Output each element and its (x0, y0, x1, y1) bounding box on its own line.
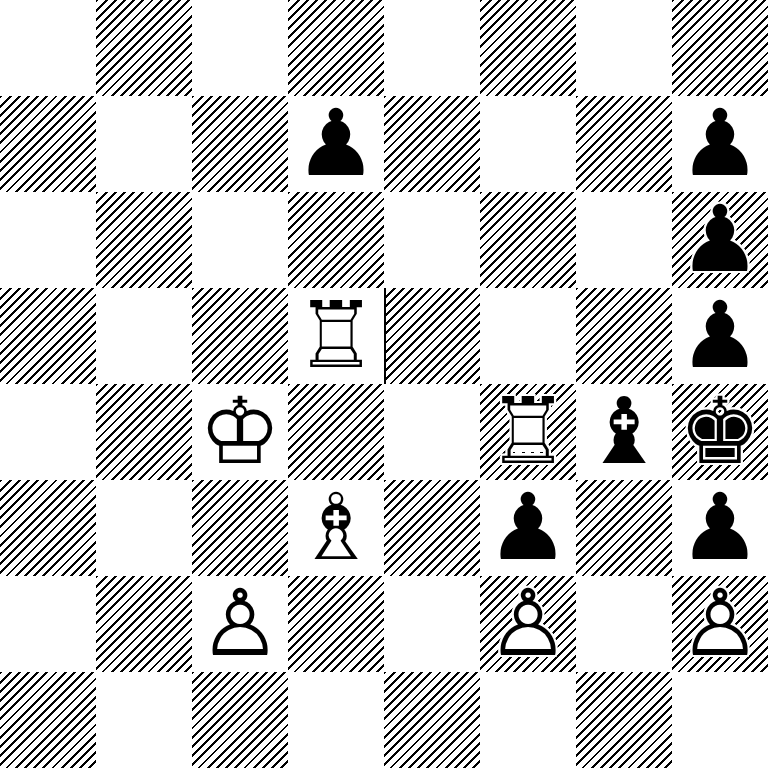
square-g4[interactable]: ♝♝ (576, 384, 672, 480)
square-e4[interactable] (384, 384, 480, 480)
square-a3[interactable] (0, 480, 96, 576)
piece-black-pawn[interactable]: ♟♟ (672, 96, 768, 192)
chess-board: ♟♟♟♟♟♟♜♖♟♟♚♔♜♖♝♝♚♚♝♗♟♟♟♟♟♙♟♙♟♙ (0, 0, 768, 768)
square-c6[interactable] (192, 192, 288, 288)
square-e1[interactable] (384, 672, 480, 768)
square-d2[interactable] (288, 576, 384, 672)
square-a5[interactable] (0, 288, 96, 384)
square-c5[interactable] (192, 288, 288, 384)
square-e6[interactable] (384, 192, 480, 288)
square-h4[interactable]: ♚♚ (672, 384, 768, 480)
square-e5[interactable] (384, 288, 480, 384)
square-b4[interactable] (96, 384, 192, 480)
piece-black-king[interactable]: ♚♚ (672, 384, 768, 480)
square-f7[interactable] (480, 96, 576, 192)
piece-black-pawn[interactable]: ♟♟ (672, 480, 768, 576)
white-rook-icon: ♖ (288, 288, 384, 384)
square-h5[interactable]: ♟♟ (672, 288, 768, 384)
square-b5[interactable] (96, 288, 192, 384)
white-rook-icon: ♖ (480, 384, 576, 480)
square-f8[interactable] (480, 0, 576, 96)
square-h2[interactable]: ♟♙ (672, 576, 768, 672)
square-d4[interactable] (288, 384, 384, 480)
square-b3[interactable] (96, 480, 192, 576)
square-g7[interactable] (576, 96, 672, 192)
piece-white-pawn[interactable]: ♟♙ (480, 576, 576, 672)
piece-black-bishop[interactable]: ♝♝ (576, 384, 672, 480)
black-pawn-icon: ♟ (288, 96, 384, 192)
square-b1[interactable] (96, 672, 192, 768)
square-f6[interactable] (480, 192, 576, 288)
square-c8[interactable] (192, 0, 288, 96)
square-d3[interactable]: ♝♗ (288, 480, 384, 576)
black-pawn-icon: ♟ (672, 288, 768, 384)
piece-white-pawn[interactable]: ♟♙ (672, 576, 768, 672)
black-pawn-icon: ♟ (672, 96, 768, 192)
square-e2[interactable] (384, 576, 480, 672)
square-g2[interactable] (576, 576, 672, 672)
square-a8[interactable] (0, 0, 96, 96)
square-b2[interactable] (96, 576, 192, 672)
square-g8[interactable] (576, 0, 672, 96)
square-c4[interactable]: ♚♔ (192, 384, 288, 480)
square-g5[interactable] (576, 288, 672, 384)
white-pawn-icon: ♙ (672, 576, 768, 672)
piece-white-king[interactable]: ♚♔ (192, 384, 288, 480)
square-c2[interactable]: ♟♙ (192, 576, 288, 672)
square-d7[interactable]: ♟♟ (288, 96, 384, 192)
piece-black-pawn[interactable]: ♟♟ (672, 192, 768, 288)
square-h7[interactable]: ♟♟ (672, 96, 768, 192)
square-a4[interactable] (0, 384, 96, 480)
white-pawn-icon: ♙ (480, 576, 576, 672)
square-d8[interactable] (288, 0, 384, 96)
square-d5[interactable]: ♜♖ (288, 288, 384, 384)
square-h3[interactable]: ♟♟ (672, 480, 768, 576)
square-h8[interactable] (672, 0, 768, 96)
piece-white-rook[interactable]: ♜♖ (480, 384, 576, 480)
piece-white-pawn[interactable]: ♟♙ (192, 576, 288, 672)
black-king-icon: ♚ (672, 384, 768, 480)
square-a1[interactable] (0, 672, 96, 768)
square-d1[interactable] (288, 672, 384, 768)
square-e3[interactable] (384, 480, 480, 576)
square-g3[interactable] (576, 480, 672, 576)
black-bishop-icon: ♝ (576, 384, 672, 480)
piece-black-pawn[interactable]: ♟♟ (288, 96, 384, 192)
square-b6[interactable] (96, 192, 192, 288)
square-f4[interactable]: ♜♖ (480, 384, 576, 480)
white-king-icon: ♔ (192, 384, 288, 480)
black-pawn-icon: ♟ (672, 192, 768, 288)
piece-white-rook[interactable]: ♜♖ (288, 288, 384, 384)
square-c3[interactable] (192, 480, 288, 576)
square-g1[interactable] (576, 672, 672, 768)
black-pawn-icon: ♟ (672, 480, 768, 576)
piece-white-bishop[interactable]: ♝♗ (288, 480, 384, 576)
piece-black-pawn[interactable]: ♟♟ (480, 480, 576, 576)
white-bishop-icon: ♗ (288, 480, 384, 576)
square-h1[interactable] (672, 672, 768, 768)
square-c7[interactable] (192, 96, 288, 192)
black-pawn-icon: ♟ (480, 480, 576, 576)
square-f2[interactable]: ♟♙ (480, 576, 576, 672)
square-a7[interactable] (0, 96, 96, 192)
square-d6[interactable] (288, 192, 384, 288)
square-a2[interactable] (0, 576, 96, 672)
white-pawn-icon: ♙ (192, 576, 288, 672)
piece-black-pawn[interactable]: ♟♟ (672, 288, 768, 384)
square-f1[interactable] (480, 672, 576, 768)
square-f3[interactable]: ♟♟ (480, 480, 576, 576)
square-e8[interactable] (384, 0, 480, 96)
square-a6[interactable] (0, 192, 96, 288)
square-f5[interactable] (480, 288, 576, 384)
square-g6[interactable] (576, 192, 672, 288)
square-c1[interactable] (192, 672, 288, 768)
square-b7[interactable] (96, 96, 192, 192)
square-h6[interactable]: ♟♟ (672, 192, 768, 288)
square-b8[interactable] (96, 0, 192, 96)
square-e7[interactable] (384, 96, 480, 192)
